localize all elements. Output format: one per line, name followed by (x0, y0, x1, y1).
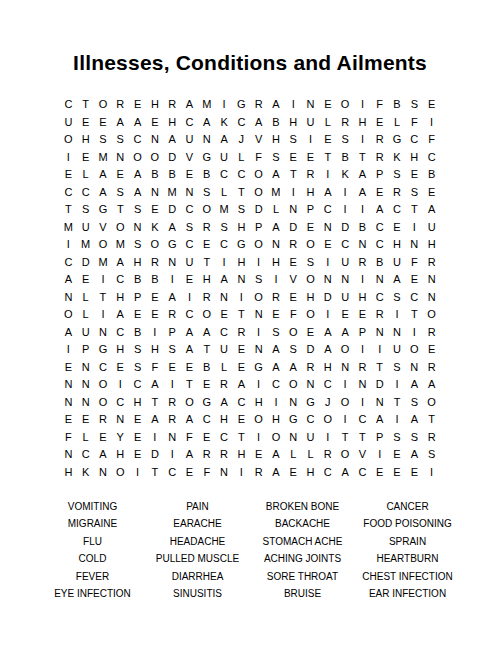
grid-cell[interactable]: H (302, 184, 319, 202)
grid-cell[interactable]: C (371, 236, 388, 254)
grid-cell[interactable]: E (354, 306, 371, 324)
grid-cell[interactable]: C (164, 464, 181, 482)
grid-cell[interactable]: E (423, 184, 440, 202)
grid-cell[interactable]: A (112, 254, 129, 272)
grid-cell[interactable]: T (198, 254, 215, 272)
grid-cell[interactable]: M (198, 96, 215, 114)
grid-cell[interactable]: C (267, 376, 284, 394)
grid-cell[interactable]: S (94, 131, 111, 149)
grid-cell[interactable]: H (233, 219, 250, 237)
grid-cell[interactable]: I (406, 219, 423, 237)
grid-cell[interactable]: C (181, 306, 198, 324)
grid-cell[interactable]: R (250, 464, 267, 482)
grid-cell[interactable]: I (423, 114, 440, 132)
grid-cell[interactable]: O (423, 394, 440, 412)
grid-cell[interactable]: U (215, 149, 232, 167)
grid-cell[interactable]: D (146, 446, 163, 464)
grid-cell[interactable]: N (60, 289, 77, 307)
grid-cell[interactable]: I (319, 429, 336, 447)
grid-cell[interactable]: A (319, 184, 336, 202)
grid-cell[interactable]: R (388, 184, 405, 202)
grid-cell[interactable]: O (250, 289, 267, 307)
grid-cell[interactable]: L (77, 289, 94, 307)
grid-cell[interactable]: B (129, 271, 146, 289)
grid-cell[interactable]: O (423, 306, 440, 324)
grid-cell[interactable]: S (129, 359, 146, 377)
grid-cell[interactable]: R (198, 446, 215, 464)
grid-cell[interactable]: P (250, 219, 267, 237)
grid-cell[interactable]: G (233, 96, 250, 114)
grid-cell[interactable]: E (77, 411, 94, 429)
grid-cell[interactable]: S (112, 131, 129, 149)
grid-cell[interactable]: R (164, 96, 181, 114)
grid-cell[interactable]: E (60, 359, 77, 377)
grid-cell[interactable]: E (285, 464, 302, 482)
grid-cell[interactable]: S (129, 236, 146, 254)
grid-cell[interactable]: C (181, 201, 198, 219)
grid-cell[interactable]: S (285, 131, 302, 149)
grid-cell[interactable]: N (94, 324, 111, 342)
grid-cell[interactable]: E (406, 166, 423, 184)
grid-cell[interactable]: A (354, 184, 371, 202)
grid-cell[interactable]: I (250, 376, 267, 394)
grid-cell[interactable]: B (129, 324, 146, 342)
grid-cell[interactable]: P (164, 324, 181, 342)
grid-cell[interactable]: B (423, 166, 440, 184)
grid-cell[interactable]: C (60, 254, 77, 272)
grid-cell[interactable]: H (267, 254, 284, 272)
grid-cell[interactable]: A (267, 166, 284, 184)
grid-cell[interactable]: F (60, 429, 77, 447)
grid-cell[interactable]: E (94, 114, 111, 132)
grid-cell[interactable]: F (406, 254, 423, 272)
grid-cell[interactable]: T (388, 394, 405, 412)
grid-cell[interactable]: C (388, 201, 405, 219)
grid-cell[interactable]: V (354, 446, 371, 464)
grid-cell[interactable]: T (233, 429, 250, 447)
grid-cell[interactable]: A (336, 324, 353, 342)
grid-cell[interactable]: N (319, 219, 336, 237)
grid-cell[interactable]: F (285, 306, 302, 324)
grid-cell[interactable]: R (371, 306, 388, 324)
grid-cell[interactable]: S (406, 429, 423, 447)
grid-cell[interactable]: A (164, 289, 181, 307)
grid-cell[interactable]: H (146, 341, 163, 359)
grid-cell[interactable]: E (267, 306, 284, 324)
grid-cell[interactable]: A (285, 359, 302, 377)
grid-cell[interactable]: E (406, 271, 423, 289)
grid-cell[interactable]: O (181, 394, 198, 412)
grid-cell[interactable]: C (181, 114, 198, 132)
grid-cell[interactable]: N (388, 324, 405, 342)
grid-cell[interactable]: D (250, 201, 267, 219)
grid-cell[interactable]: D (371, 376, 388, 394)
grid-cell[interactable]: R (423, 429, 440, 447)
grid-cell[interactable]: S (406, 184, 423, 202)
grid-cell[interactable]: N (285, 394, 302, 412)
grid-cell[interactable]: S (164, 341, 181, 359)
grid-cell[interactable]: E (129, 411, 146, 429)
grid-cell[interactable]: V (94, 219, 111, 237)
grid-cell[interactable]: O (336, 96, 353, 114)
grid-cell[interactable]: R (354, 359, 371, 377)
grid-cell[interactable]: C (406, 131, 423, 149)
grid-cell[interactable]: S (250, 271, 267, 289)
grid-cell[interactable]: A (319, 341, 336, 359)
grid-cell[interactable]: L (285, 446, 302, 464)
grid-cell[interactable]: L (215, 184, 232, 202)
grid-cell[interactable]: B (371, 254, 388, 272)
grid-cell[interactable]: N (77, 394, 94, 412)
grid-cell[interactable]: T (233, 306, 250, 324)
grid-cell[interactable]: C (233, 114, 250, 132)
grid-cell[interactable]: E (112, 359, 129, 377)
grid-cell[interactable]: R (112, 96, 129, 114)
grid-cell[interactable]: O (146, 236, 163, 254)
grid-cell[interactable]: E (388, 464, 405, 482)
grid-cell[interactable]: R (336, 114, 353, 132)
grid-cell[interactable]: N (129, 219, 146, 237)
grid-cell[interactable]: N (336, 271, 353, 289)
grid-cell[interactable]: A (233, 376, 250, 394)
grid-cell[interactable]: R (215, 376, 232, 394)
grid-cell[interactable]: C (423, 149, 440, 167)
grid-cell[interactable]: C (302, 411, 319, 429)
grid-cell[interactable]: A (60, 271, 77, 289)
grid-cell[interactable]: A (198, 114, 215, 132)
grid-cell[interactable]: A (129, 114, 146, 132)
grid-cell[interactable]: O (112, 219, 129, 237)
grid-cell[interactable]: N (215, 464, 232, 482)
grid-cell[interactable]: R (302, 166, 319, 184)
grid-cell[interactable]: U (302, 114, 319, 132)
grid-cell[interactable]: I (336, 411, 353, 429)
grid-cell[interactable]: H (77, 131, 94, 149)
grid-cell[interactable]: A (267, 219, 284, 237)
grid-cell[interactable]: C (198, 411, 215, 429)
grid-cell[interactable]: O (336, 446, 353, 464)
grid-cell[interactable]: N (354, 376, 371, 394)
grid-cell[interactable]: U (181, 254, 198, 272)
grid-cell[interactable]: H (319, 359, 336, 377)
grid-cell[interactable]: A (388, 271, 405, 289)
grid-cell[interactable]: N (285, 429, 302, 447)
grid-cell[interactable]: E (423, 96, 440, 114)
grid-cell[interactable]: R (371, 149, 388, 167)
grid-cell[interactable]: S (285, 341, 302, 359)
grid-cell[interactable]: N (233, 271, 250, 289)
grid-cell[interactable]: B (336, 149, 353, 167)
grid-cell[interactable]: T (77, 96, 94, 114)
grid-cell[interactable]: L (215, 359, 232, 377)
grid-cell[interactable]: O (267, 429, 284, 447)
grid-cell[interactable]: E (371, 114, 388, 132)
grid-cell[interactable]: E (77, 271, 94, 289)
grid-cell[interactable]: A (215, 131, 232, 149)
grid-cell[interactable]: B (267, 114, 284, 132)
grid-cell[interactable]: M (164, 184, 181, 202)
grid-cell[interactable]: I (423, 464, 440, 482)
grid-cell[interactable]: I (319, 306, 336, 324)
grid-cell[interactable]: C (319, 201, 336, 219)
grid-cell[interactable]: I (319, 254, 336, 272)
grid-cell[interactable]: I (250, 324, 267, 342)
grid-cell[interactable]: V (250, 131, 267, 149)
grid-cell[interactable]: N (371, 271, 388, 289)
grid-cell[interactable]: I (354, 394, 371, 412)
grid-cell[interactable]: S (388, 359, 405, 377)
grid-cell[interactable]: N (406, 236, 423, 254)
grid-cell[interactable]: T (285, 166, 302, 184)
grid-cell[interactable]: O (285, 376, 302, 394)
grid-cell[interactable]: D (77, 254, 94, 272)
grid-cell[interactable]: G (388, 131, 405, 149)
grid-cell[interactable]: A (423, 201, 440, 219)
grid-cell[interactable]: K (215, 114, 232, 132)
grid-cell[interactable]: C (181, 236, 198, 254)
grid-cell[interactable]: A (129, 166, 146, 184)
grid-cell[interactable]: N (164, 429, 181, 447)
grid-cell[interactable]: P (371, 166, 388, 184)
grid-cell[interactable]: C (77, 446, 94, 464)
grid-cell[interactable]: R (198, 219, 215, 237)
grid-cell[interactable]: E (371, 184, 388, 202)
grid-cell[interactable]: C (371, 289, 388, 307)
grid-cell[interactable]: N (164, 254, 181, 272)
grid-cell[interactable]: A (267, 446, 284, 464)
grid-cell[interactable]: E (198, 236, 215, 254)
grid-cell[interactable]: V (285, 271, 302, 289)
grid-cell[interactable]: I (250, 429, 267, 447)
grid-cell[interactable]: T (146, 464, 163, 482)
grid-cell[interactable]: I (60, 149, 77, 167)
grid-cell[interactable]: R (302, 359, 319, 377)
grid-cell[interactable]: R (267, 289, 284, 307)
grid-cell[interactable]: C (215, 166, 232, 184)
grid-cell[interactable]: E (94, 429, 111, 447)
grid-cell[interactable]: E (77, 149, 94, 167)
grid-cell[interactable]: S (112, 184, 129, 202)
grid-cell[interactable]: O (129, 149, 146, 167)
grid-cell[interactable]: H (302, 464, 319, 482)
grid-cell[interactable]: N (77, 376, 94, 394)
grid-cell[interactable]: U (215, 341, 232, 359)
grid-cell[interactable]: S (233, 201, 250, 219)
grid-cell[interactable]: H (215, 411, 232, 429)
grid-cell[interactable]: H (285, 114, 302, 132)
grid-cell[interactable]: R (164, 394, 181, 412)
grid-cell[interactable]: A (60, 324, 77, 342)
grid-cell[interactable]: U (181, 131, 198, 149)
grid-cell[interactable]: N (215, 289, 232, 307)
grid-cell[interactable]: O (319, 411, 336, 429)
grid-cell[interactable]: A (198, 324, 215, 342)
grid-cell[interactable]: A (250, 114, 267, 132)
grid-cell[interactable]: S (77, 201, 94, 219)
grid-cell[interactable]: E (129, 446, 146, 464)
grid-cell[interactable]: A (423, 376, 440, 394)
grid-cell[interactable]: G (233, 236, 250, 254)
grid-cell[interactable]: A (181, 341, 198, 359)
grid-cell[interactable]: N (181, 184, 198, 202)
grid-cell[interactable]: I (336, 201, 353, 219)
grid-cell[interactable]: C (129, 376, 146, 394)
grid-cell[interactable]: I (267, 271, 284, 289)
grid-cell[interactable]: N (94, 464, 111, 482)
grid-cell[interactable]: O (94, 376, 111, 394)
grid-cell[interactable]: I (250, 254, 267, 272)
grid-cell[interactable]: E (319, 96, 336, 114)
grid-cell[interactable]: E (233, 341, 250, 359)
grid-cell[interactable]: R (285, 236, 302, 254)
grid-cell[interactable]: H (233, 254, 250, 272)
grid-cell[interactable]: I (285, 96, 302, 114)
grid-cell[interactable]: A (146, 376, 163, 394)
grid-cell[interactable]: E (181, 464, 198, 482)
grid-cell[interactable]: E (388, 219, 405, 237)
grid-cell[interactable]: O (146, 149, 163, 167)
grid-cell[interactable]: H (233, 446, 250, 464)
grid-cell[interactable]: U (336, 289, 353, 307)
grid-cell[interactable]: E (302, 149, 319, 167)
grid-cell[interactable]: N (198, 131, 215, 149)
grid-cell[interactable]: H (267, 411, 284, 429)
grid-cell[interactable]: E (302, 324, 319, 342)
grid-cell[interactable]: F (371, 96, 388, 114)
grid-cell[interactable]: I (129, 464, 146, 482)
grid-cell[interactable]: C (336, 236, 353, 254)
grid-cell[interactable]: L (233, 149, 250, 167)
grid-cell[interactable]: U (388, 254, 405, 272)
grid-cell[interactable]: A (112, 114, 129, 132)
grid-cell[interactable]: M (94, 254, 111, 272)
grid-cell[interactable]: M (60, 219, 77, 237)
grid-cell[interactable]: A (267, 96, 284, 114)
grid-cell[interactable]: E (250, 446, 267, 464)
grid-cell[interactable]: I (164, 376, 181, 394)
grid-cell[interactable]: A (181, 446, 198, 464)
grid-cell[interactable]: C (371, 219, 388, 237)
grid-cell[interactable]: I (60, 341, 77, 359)
grid-cell[interactable]: S (388, 429, 405, 447)
grid-cell[interactable]: I (388, 376, 405, 394)
grid-cell[interactable]: O (94, 236, 111, 254)
grid-cell[interactable]: C (354, 464, 371, 482)
grid-cell[interactable]: H (60, 464, 77, 482)
grid-cell[interactable]: A (215, 394, 232, 412)
grid-cell[interactable]: T (198, 341, 215, 359)
grid-cell[interactable]: M (267, 184, 284, 202)
grid-cell[interactable]: P (129, 289, 146, 307)
grid-cell[interactable]: O (302, 236, 319, 254)
grid-cell[interactable]: C (129, 131, 146, 149)
grid-cell[interactable]: H (112, 341, 129, 359)
grid-cell[interactable]: A (406, 446, 423, 464)
grid-cell[interactable]: D (285, 219, 302, 237)
grid-cell[interactable]: U (77, 324, 94, 342)
grid-cell[interactable]: E (285, 254, 302, 272)
grid-cell[interactable]: O (198, 201, 215, 219)
grid-cell[interactable]: C (319, 464, 336, 482)
grid-cell[interactable]: K (388, 149, 405, 167)
grid-cell[interactable]: N (112, 411, 129, 429)
grid-cell[interactable]: G (94, 201, 111, 219)
grid-cell[interactable]: E (319, 131, 336, 149)
grid-cell[interactable]: A (215, 271, 232, 289)
grid-cell[interactable]: S (129, 341, 146, 359)
grid-cell[interactable]: I (233, 464, 250, 482)
grid-cell[interactable]: A (371, 201, 388, 219)
grid-cell[interactable]: U (302, 429, 319, 447)
grid-cell[interactable]: I (319, 166, 336, 184)
grid-cell[interactable]: I (146, 324, 163, 342)
grid-cell[interactable]: U (336, 254, 353, 272)
grid-cell[interactable]: U (423, 219, 440, 237)
grid-cell[interactable]: N (354, 236, 371, 254)
grid-cell[interactable]: I (146, 429, 163, 447)
grid-cell[interactable]: I (336, 184, 353, 202)
grid-cell[interactable]: L (267, 201, 284, 219)
grid-cell[interactable]: T (60, 201, 77, 219)
grid-cell[interactable]: P (371, 429, 388, 447)
grid-cell[interactable]: H (388, 236, 405, 254)
grid-cell[interactable]: T (423, 411, 440, 429)
grid-cell[interactable]: N (423, 289, 440, 307)
grid-cell[interactable]: O (250, 166, 267, 184)
grid-cell[interactable]: E (146, 289, 163, 307)
grid-cell[interactable]: I (354, 271, 371, 289)
grid-cell[interactable]: B (198, 166, 215, 184)
grid-cell[interactable]: H (112, 446, 129, 464)
grid-cell[interactable]: E (233, 411, 250, 429)
grid-cell[interactable]: Y (112, 429, 129, 447)
grid-cell[interactable]: N (336, 359, 353, 377)
grid-cell[interactable]: O (336, 341, 353, 359)
grid-cell[interactable]: F (181, 429, 198, 447)
grid-cell[interactable]: R (164, 411, 181, 429)
grid-cell[interactable]: C (112, 394, 129, 412)
grid-cell[interactable]: F (423, 131, 440, 149)
grid-cell[interactable]: B (388, 96, 405, 114)
grid-cell[interactable]: T (112, 201, 129, 219)
grid-cell[interactable]: E (60, 411, 77, 429)
grid-cell[interactable]: H (112, 289, 129, 307)
grid-cell[interactable]: N (423, 271, 440, 289)
grid-cell[interactable]: M (215, 201, 232, 219)
grid-cell[interactable]: B (146, 166, 163, 184)
grid-cell[interactable]: N (60, 446, 77, 464)
grid-cell[interactable]: P (354, 324, 371, 342)
grid-cell[interactable]: C (77, 184, 94, 202)
grid-cell[interactable]: I (94, 306, 111, 324)
grid-cell[interactable]: D (164, 149, 181, 167)
grid-cell[interactable]: G (285, 411, 302, 429)
grid-cell[interactable]: S (423, 446, 440, 464)
grid-cell[interactable]: N (285, 201, 302, 219)
grid-cell[interactable]: A (181, 411, 198, 429)
grid-cell[interactable]: A (336, 464, 353, 482)
grid-cell[interactable]: R (319, 446, 336, 464)
grid-cell[interactable]: I (336, 376, 353, 394)
grid-cell[interactable]: N (371, 394, 388, 412)
grid-cell[interactable]: I (181, 289, 198, 307)
grid-cell[interactable]: N (319, 271, 336, 289)
grid-cell[interactable]: E (77, 114, 94, 132)
grid-cell[interactable]: E (181, 271, 198, 289)
grid-cell[interactable]: U (77, 219, 94, 237)
grid-cell[interactable]: S (215, 219, 232, 237)
grid-cell[interactable]: A (181, 96, 198, 114)
